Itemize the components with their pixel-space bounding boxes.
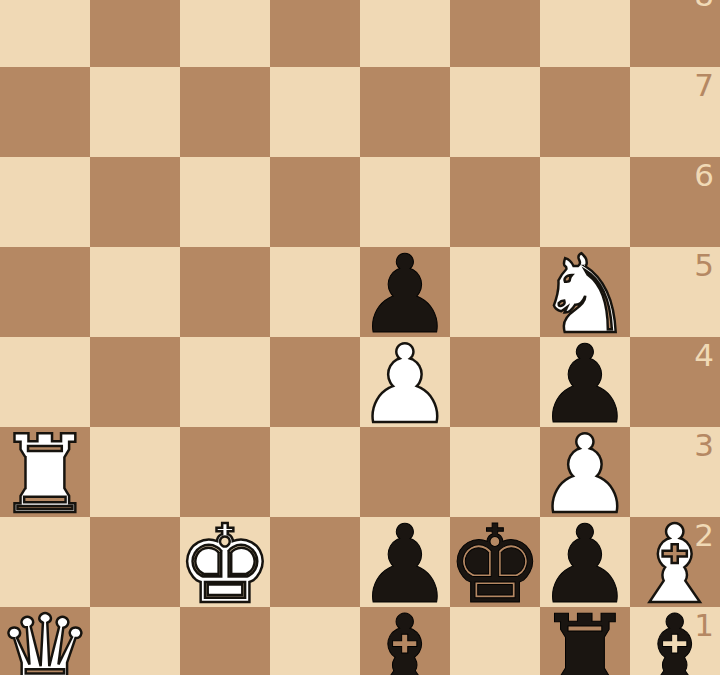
square-h6[interactable]: 6 <box>630 157 720 247</box>
square-f4[interactable] <box>450 337 540 427</box>
white-rook-a3[interactable]: ♜ <box>0 430 90 520</box>
square-h5[interactable]: 5 <box>630 247 720 337</box>
black-king-f2[interactable]: ♚ <box>450 520 540 610</box>
square-a3[interactable]: ♜ <box>0 427 90 517</box>
square-h8[interactable]: 8 <box>630 0 720 67</box>
square-a7[interactable] <box>0 67 90 157</box>
square-c7[interactable] <box>180 67 270 157</box>
square-b7[interactable] <box>90 67 180 157</box>
square-a6[interactable] <box>0 157 90 247</box>
square-b5[interactable] <box>90 247 180 337</box>
square-a8[interactable] <box>0 0 90 67</box>
chess-board: 876♟♞5♟♟4♜♟3♚♟♚♟2♝♛♝♜1♝ <box>0 0 720 675</box>
square-e7[interactable] <box>360 67 450 157</box>
black-bishop-e1[interactable]: ♝ <box>360 610 450 675</box>
square-c2[interactable]: ♚ <box>180 517 270 607</box>
square-f6[interactable] <box>450 157 540 247</box>
square-f7[interactable] <box>450 67 540 157</box>
square-c1[interactable] <box>180 607 270 675</box>
square-d3[interactable] <box>270 427 360 517</box>
rank-label-6: 6 <box>694 160 714 191</box>
square-g1[interactable]: ♜ <box>540 607 630 675</box>
square-d2[interactable] <box>270 517 360 607</box>
square-b4[interactable] <box>90 337 180 427</box>
square-b8[interactable] <box>90 0 180 67</box>
square-b3[interactable] <box>90 427 180 517</box>
square-f1[interactable] <box>450 607 540 675</box>
square-f8[interactable] <box>450 0 540 67</box>
square-e1[interactable]: ♝ <box>360 607 450 675</box>
square-a5[interactable] <box>0 247 90 337</box>
rank-label-4: 4 <box>694 340 714 371</box>
square-f2[interactable]: ♚ <box>450 517 540 607</box>
square-g7[interactable] <box>540 67 630 157</box>
square-g8[interactable] <box>540 0 630 67</box>
square-c8[interactable] <box>180 0 270 67</box>
square-d5[interactable] <box>270 247 360 337</box>
white-pawn-e4[interactable]: ♟ <box>360 340 450 430</box>
square-b6[interactable] <box>90 157 180 247</box>
rank-label-3: 3 <box>694 430 714 461</box>
square-h7[interactable]: 7 <box>630 67 720 157</box>
square-a1[interactable]: ♛ <box>0 607 90 675</box>
white-king-c2[interactable]: ♚ <box>180 520 270 610</box>
square-b1[interactable] <box>90 607 180 675</box>
square-b2[interactable] <box>90 517 180 607</box>
square-d8[interactable] <box>270 0 360 67</box>
white-queen-a1[interactable]: ♛ <box>0 610 90 675</box>
square-e8[interactable] <box>360 0 450 67</box>
square-d1[interactable] <box>270 607 360 675</box>
rank-label-5: 5 <box>694 250 714 281</box>
square-d4[interactable] <box>270 337 360 427</box>
black-bishop-h1[interactable]: ♝ <box>630 610 720 675</box>
chess-board-viewport: 876♟♞5♟♟4♜♟3♚♟♚♟2♝♛♝♜1♝ <box>0 0 720 675</box>
square-c5[interactable] <box>180 247 270 337</box>
black-rook-g1[interactable]: ♜ <box>540 610 630 675</box>
rank-label-7: 7 <box>694 70 714 101</box>
square-h1[interactable]: 1♝ <box>630 607 720 675</box>
square-e4[interactable]: ♟ <box>360 337 450 427</box>
rank-label-8: 8 <box>694 0 714 11</box>
square-d7[interactable] <box>270 67 360 157</box>
square-f5[interactable] <box>450 247 540 337</box>
square-c6[interactable] <box>180 157 270 247</box>
square-h4[interactable]: 4 <box>630 337 720 427</box>
square-c4[interactable] <box>180 337 270 427</box>
square-d6[interactable] <box>270 157 360 247</box>
